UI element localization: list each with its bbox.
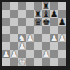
piece-white-pawn: ♟ xyxy=(26,34,34,42)
square-f7[interactable]: ♝ xyxy=(42,10,50,18)
square-a7[interactable] xyxy=(2,10,10,18)
square-c2[interactable] xyxy=(18,50,26,58)
square-h4[interactable]: ♟ xyxy=(58,34,66,42)
piece-white-pawn: ♟ xyxy=(2,50,10,58)
piece-black-rook: ♜ xyxy=(34,10,42,18)
square-h1[interactable] xyxy=(58,58,66,66)
square-a6[interactable] xyxy=(2,18,10,26)
square-e3[interactable] xyxy=(34,42,42,50)
piece-white-king: ♚ xyxy=(18,58,26,66)
square-g4[interactable]: ♟ xyxy=(50,34,58,42)
square-b6[interactable] xyxy=(10,18,18,26)
square-e8[interactable] xyxy=(34,2,42,10)
square-d4[interactable]: ♟ xyxy=(26,34,34,42)
piece-white-pawn: ♟ xyxy=(50,34,58,42)
square-f5[interactable] xyxy=(42,26,50,34)
square-h5[interactable] xyxy=(58,26,66,34)
piece-black-pawn: ♟ xyxy=(58,18,66,26)
square-e5[interactable] xyxy=(34,26,42,34)
square-f4[interactable] xyxy=(42,34,50,42)
square-b4[interactable] xyxy=(10,34,18,42)
square-h8[interactable] xyxy=(58,2,66,10)
piece-white-pawn: ♟ xyxy=(18,42,26,50)
piece-black-bishop: ♝ xyxy=(42,10,50,18)
square-g8[interactable] xyxy=(50,2,58,10)
square-h3[interactable] xyxy=(58,42,66,50)
square-c7[interactable] xyxy=(18,10,26,18)
chess-board-frame: ♜♜♝♟♛♚♟♞♟♟♟♟♟♟♟♚ xyxy=(0,0,70,70)
square-d1[interactable] xyxy=(26,58,34,66)
square-e1[interactable] xyxy=(34,58,42,66)
square-g7[interactable]: ♟ xyxy=(50,10,58,18)
square-e2[interactable] xyxy=(34,50,42,58)
square-e4[interactable] xyxy=(34,34,42,42)
square-b1[interactable] xyxy=(10,58,18,66)
piece-black-pawn: ♟ xyxy=(50,10,58,18)
square-b7[interactable] xyxy=(10,10,18,18)
piece-black-rook: ♜ xyxy=(42,2,50,10)
square-c3[interactable]: ♟ xyxy=(18,42,26,50)
square-a1[interactable] xyxy=(2,58,10,66)
square-a8[interactable] xyxy=(2,2,10,10)
square-d2[interactable] xyxy=(26,50,34,58)
square-a2[interactable]: ♟ xyxy=(2,50,10,58)
piece-white-pawn: ♟ xyxy=(42,50,50,58)
square-h7[interactable] xyxy=(58,10,66,18)
square-g6[interactable] xyxy=(50,18,58,26)
square-c4[interactable]: ♞ xyxy=(18,34,26,42)
square-a4[interactable] xyxy=(2,34,10,42)
piece-white-pawn: ♟ xyxy=(10,50,18,58)
square-d6[interactable] xyxy=(26,18,34,26)
square-d8[interactable] xyxy=(26,2,34,10)
square-e6[interactable]: ♛ xyxy=(34,18,42,26)
square-b2[interactable]: ♟ xyxy=(10,50,18,58)
square-f2[interactable]: ♟ xyxy=(42,50,50,58)
piece-black-queen: ♛ xyxy=(34,18,42,26)
square-c8[interactable] xyxy=(18,2,26,10)
square-b5[interactable] xyxy=(10,26,18,34)
square-g2[interactable] xyxy=(50,50,58,58)
square-f8[interactable]: ♜ xyxy=(42,2,50,10)
square-e7[interactable]: ♜ xyxy=(34,10,42,18)
square-f6[interactable]: ♚ xyxy=(42,18,50,26)
square-g3[interactable] xyxy=(50,42,58,50)
square-a5[interactable] xyxy=(2,26,10,34)
square-c1[interactable]: ♚ xyxy=(18,58,26,66)
square-c5[interactable] xyxy=(18,26,26,34)
square-b3[interactable] xyxy=(10,42,18,50)
piece-white-pawn: ♟ xyxy=(58,34,66,42)
square-a3[interactable] xyxy=(2,42,10,50)
square-g5[interactable] xyxy=(50,26,58,34)
square-h2[interactable] xyxy=(58,50,66,58)
square-d3[interactable] xyxy=(26,42,34,50)
piece-black-king: ♚ xyxy=(42,18,50,26)
square-d5[interactable] xyxy=(26,26,34,34)
square-f3[interactable] xyxy=(42,42,50,50)
chess-board: ♜♜♝♟♛♚♟♞♟♟♟♟♟♟♟♚ xyxy=(2,2,66,66)
square-c6[interactable] xyxy=(18,18,26,26)
square-f1[interactable] xyxy=(42,58,50,66)
square-h6[interactable]: ♟ xyxy=(58,18,66,26)
piece-white-knight: ♞ xyxy=(18,34,26,42)
square-b8[interactable] xyxy=(10,2,18,10)
square-g1[interactable] xyxy=(50,58,58,66)
square-d7[interactable] xyxy=(26,10,34,18)
